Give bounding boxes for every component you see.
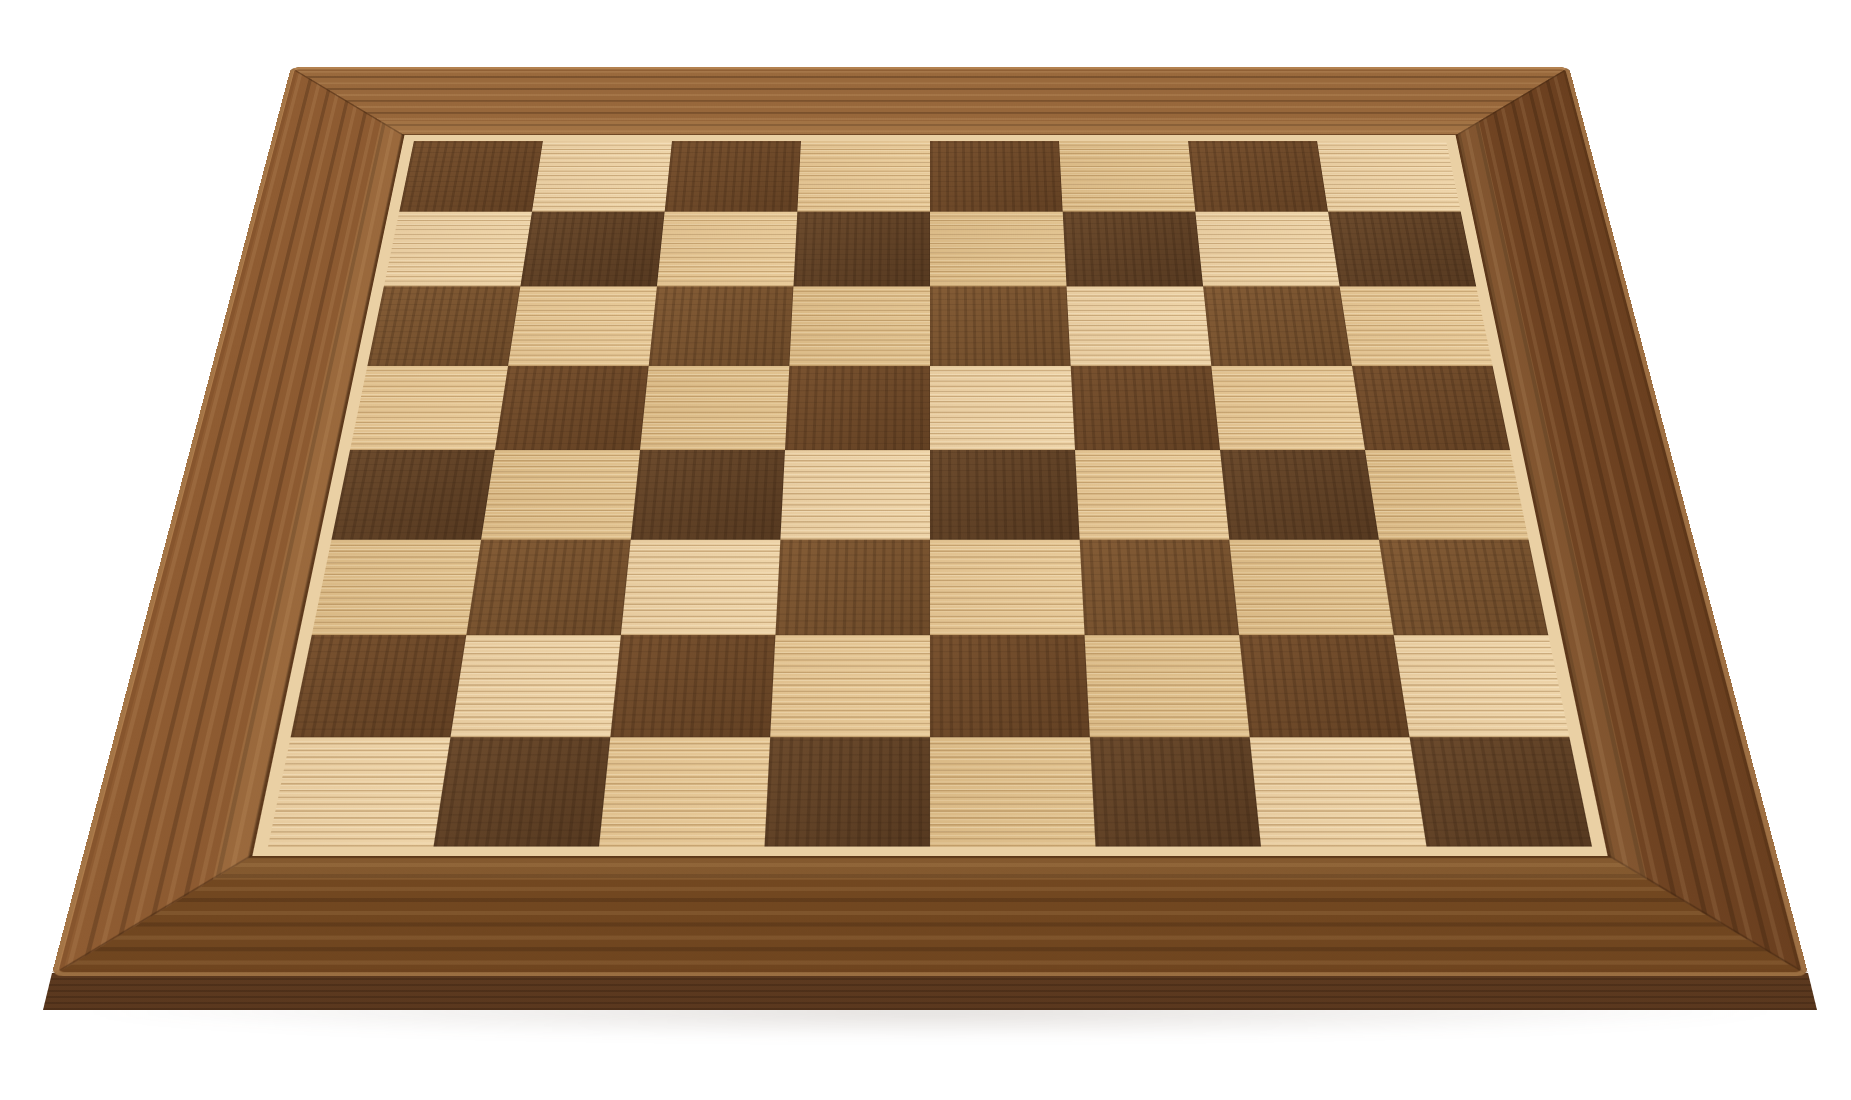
square-b2 xyxy=(450,635,620,737)
square-c2 xyxy=(610,635,775,737)
square-f5 xyxy=(1071,366,1220,450)
square-h5 xyxy=(1352,366,1510,450)
square-d2 xyxy=(770,635,930,737)
square-h2 xyxy=(1394,635,1570,737)
square-b4 xyxy=(481,450,640,540)
square-d1 xyxy=(765,737,930,846)
square-b3 xyxy=(466,540,630,636)
square-a4 xyxy=(331,450,495,540)
square-d5 xyxy=(785,366,930,450)
square-b7 xyxy=(520,212,664,287)
square-g7 xyxy=(1195,212,1339,287)
square-g2 xyxy=(1239,635,1409,737)
square-c7 xyxy=(657,212,797,287)
square-d4 xyxy=(780,450,930,540)
square-h1 xyxy=(1410,737,1592,846)
square-a2 xyxy=(291,635,467,737)
square-c1 xyxy=(599,737,770,846)
square-c3 xyxy=(621,540,781,636)
square-e5 xyxy=(930,366,1075,450)
square-f3 xyxy=(1080,540,1240,636)
chess-board xyxy=(51,67,1809,976)
square-g1 xyxy=(1250,737,1427,846)
square-b1 xyxy=(434,737,611,846)
square-e7 xyxy=(930,212,1067,287)
square-a5 xyxy=(350,366,508,450)
square-h8 xyxy=(1317,141,1461,212)
square-g6 xyxy=(1203,286,1352,365)
playing-field xyxy=(268,141,1592,847)
square-a3 xyxy=(312,540,481,636)
square-c6 xyxy=(649,286,794,365)
square-g4 xyxy=(1220,450,1379,540)
square-d7 xyxy=(793,212,930,287)
square-d3 xyxy=(775,540,930,636)
square-c5 xyxy=(640,366,789,450)
square-e4 xyxy=(930,450,1080,540)
square-e6 xyxy=(930,286,1071,365)
square-g3 xyxy=(1229,540,1393,636)
square-b6 xyxy=(508,286,657,365)
square-h4 xyxy=(1365,450,1529,540)
square-e2 xyxy=(930,635,1090,737)
product-photo xyxy=(0,0,1851,1100)
square-e1 xyxy=(930,737,1095,846)
square-f4 xyxy=(1075,450,1229,540)
square-c8 xyxy=(665,141,801,212)
square-h7 xyxy=(1328,212,1476,287)
square-a6 xyxy=(367,286,520,365)
square-d6 xyxy=(789,286,930,365)
square-f7 xyxy=(1063,212,1203,287)
square-d8 xyxy=(797,141,930,212)
square-h3 xyxy=(1379,540,1548,636)
square-f8 xyxy=(1059,141,1195,212)
square-c4 xyxy=(631,450,785,540)
square-g8 xyxy=(1188,141,1328,212)
square-e3 xyxy=(930,540,1085,636)
square-b8 xyxy=(532,141,672,212)
square-b5 xyxy=(495,366,649,450)
square-a1 xyxy=(268,737,450,846)
square-h6 xyxy=(1340,286,1493,365)
square-f6 xyxy=(1067,286,1212,365)
square-g5 xyxy=(1211,366,1365,450)
square-e8 xyxy=(930,141,1063,212)
square-f1 xyxy=(1090,737,1261,846)
square-a7 xyxy=(384,212,532,287)
square-a8 xyxy=(399,141,543,212)
square-f2 xyxy=(1085,635,1250,737)
